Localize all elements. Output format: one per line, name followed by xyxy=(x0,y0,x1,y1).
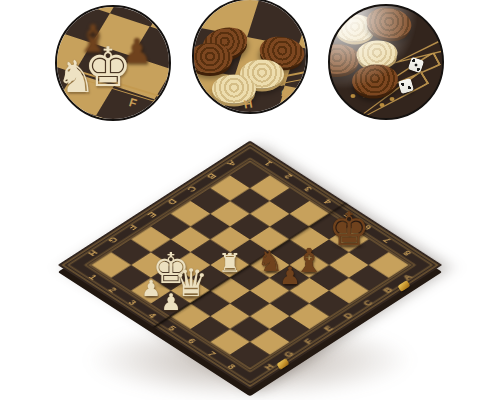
board-coordinate-label: G xyxy=(281,349,296,358)
board-coordinate-label: G xyxy=(106,236,121,245)
board-coordinate-label: 5 xyxy=(166,324,179,332)
board-coordinate-label: E xyxy=(146,210,160,219)
piece-white-rook-e4[interactable]: ♜ xyxy=(218,250,241,276)
board-coordinate-label: F xyxy=(301,337,314,346)
inset-backgammon-closeup xyxy=(328,4,444,120)
board-coordinate-label: F xyxy=(126,223,139,232)
board-coordinate-label: 4 xyxy=(146,311,159,319)
board-coordinate-label: E xyxy=(321,324,335,333)
board-coordinate-label: 1 xyxy=(87,273,100,281)
board-coordinate-label: H xyxy=(261,362,275,371)
board-coordinate-label: A xyxy=(225,159,239,168)
product-photo-canvas: { "game": "chess", "product": "3-in-1 wo… xyxy=(0,0,500,400)
board-coordinate-label: C xyxy=(185,184,199,193)
inset-chess-piece: ♚ xyxy=(84,41,132,95)
board-coordinate-label: 7 xyxy=(381,236,394,244)
board-coordinate-label: C xyxy=(360,298,374,307)
board-coordinate-label: B xyxy=(380,285,394,294)
board-coordinate-label: 3 xyxy=(302,185,315,193)
piece-white-pawn-h3[interactable]: ♟ xyxy=(141,278,161,300)
piece-black-king-a6[interactable]: ♚ xyxy=(328,206,369,252)
board-coordinate-label: B xyxy=(205,172,219,181)
board-coordinate-label: 6 xyxy=(186,337,199,345)
inset-checkers-closeup: HG xyxy=(192,0,308,114)
board-coordinate-label: 2 xyxy=(282,172,295,180)
inset-chess-closeup: ♝♟♞♚FG xyxy=(55,5,171,121)
photo-highlight xyxy=(330,6,442,118)
board-coordinate-label: 2 xyxy=(106,286,119,294)
piece-black-pawn-d6[interactable]: ♟ xyxy=(279,264,301,288)
piece-white-pawn-h4[interactable]: ♟ xyxy=(161,291,182,314)
board-coordinate-label: D xyxy=(165,197,179,206)
board-coordinate-label: 3 xyxy=(126,298,139,306)
inset-coordinate-label: G xyxy=(156,108,169,121)
board-coordinate-label: 7 xyxy=(205,350,218,358)
board-coordinate-label: 8 xyxy=(225,362,238,370)
board-coordinate-label: D xyxy=(341,311,355,320)
board-coordinate-label: 1 xyxy=(262,159,275,167)
board-coordinate-label: 8 xyxy=(401,249,414,257)
board-coordinate-label: H xyxy=(86,249,100,258)
